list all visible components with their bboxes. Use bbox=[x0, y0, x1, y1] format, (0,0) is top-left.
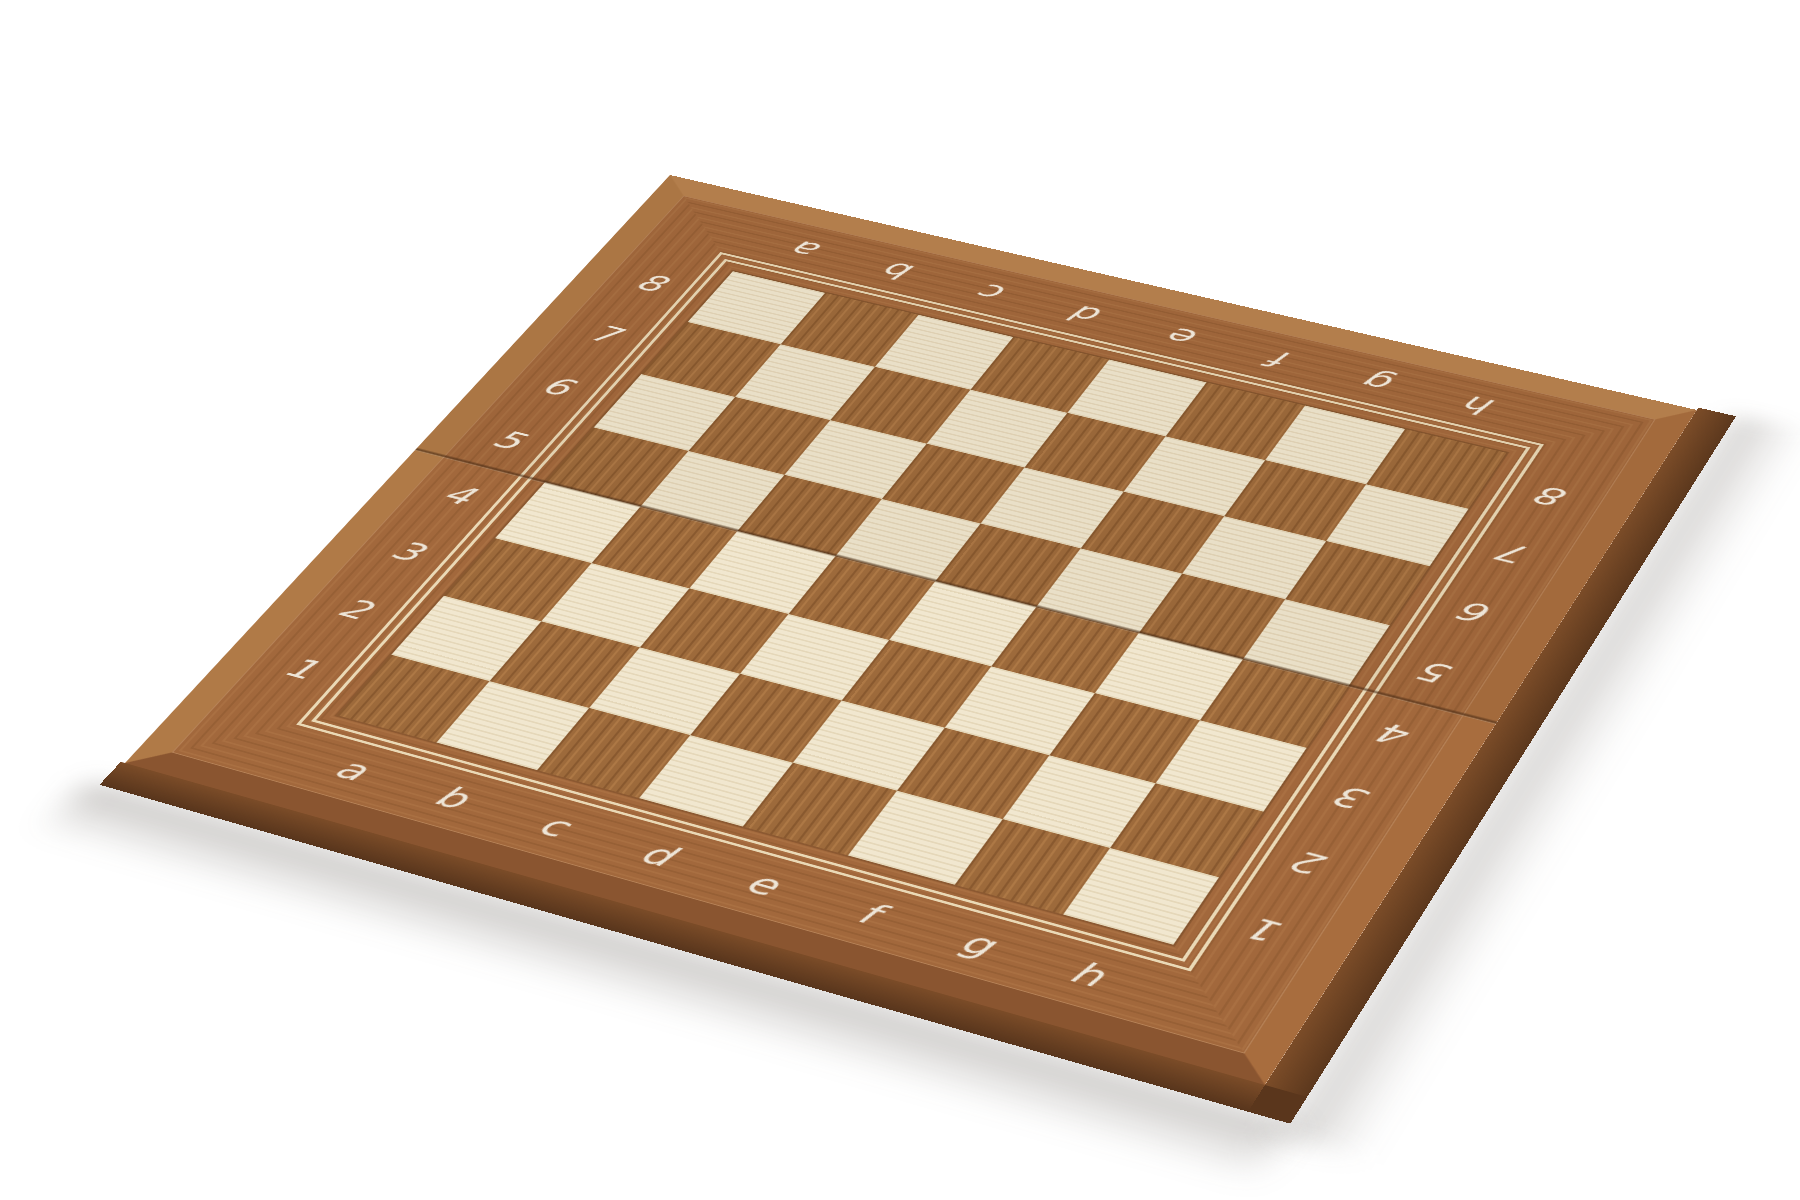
chessboard: aabbccddeeffgghh8877665544332211 bbox=[125, 175, 1697, 1085]
scene: aabbccddeeffgghh8877665544332211 bbox=[0, 0, 1800, 1200]
board-top-face: aabbccddeeffgghh8877665544332211 bbox=[125, 175, 1697, 1085]
